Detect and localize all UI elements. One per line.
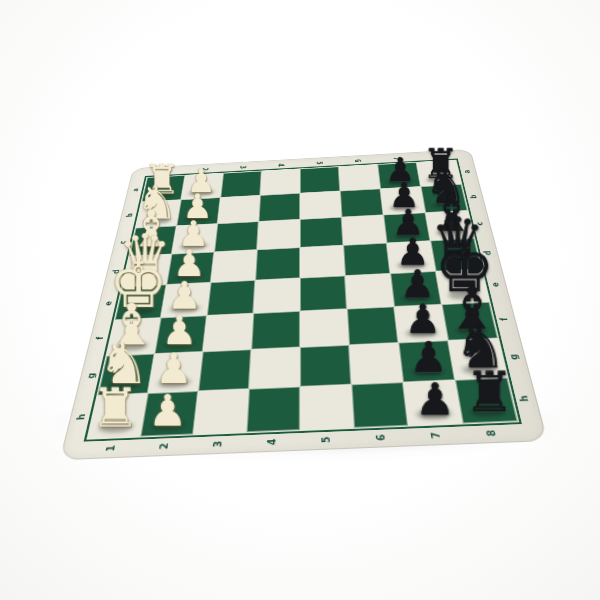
rank-label-text: 5 — [315, 161, 323, 165]
square-a4 — [260, 169, 300, 195]
rank-label-text: 1 — [106, 444, 118, 451]
square-b5 — [300, 191, 342, 219]
photo-stage: 12345678a♜♟♟♜ab♞♟♟♞bc♝♟♟♝cd♛♟♟♛de♚♟♟♚ef♝… — [0, 0, 600, 600]
rank-label-text: 2 — [159, 442, 171, 449]
square-c5 — [300, 217, 343, 247]
square-h2: ♟ — [140, 391, 198, 436]
square-c4 — [257, 219, 300, 249]
rank-label-near-7: 7 — [408, 423, 466, 446]
rank-label-near-6: 6 — [354, 426, 411, 449]
square-g5 — [300, 345, 351, 387]
rank-label-near-1: 1 — [83, 437, 140, 460]
square-h5 — [300, 384, 354, 430]
black-rook-h8: ♜ — [428, 367, 550, 417]
rank-label-text: 4 — [277, 163, 285, 167]
chess-board: 12345678a♜♟♟♜ab♞♟♟♞bc♝♟♟♝cd♛♟♟♛de♚♟♟♚ef♝… — [59, 149, 547, 460]
square-g4 — [249, 347, 300, 389]
rank-label-text: 4 — [267, 438, 278, 445]
square-d4 — [255, 247, 300, 280]
white-pawn-h2: ♟ — [108, 391, 227, 430]
square-a5 — [300, 167, 340, 193]
square-e5 — [300, 276, 347, 311]
rank-label-near-8: 8 — [463, 421, 523, 444]
rank-label-near-2: 2 — [137, 434, 193, 457]
rank-label-text: 8 — [486, 429, 498, 436]
square-d5 — [300, 245, 345, 278]
square-f4 — [251, 311, 300, 349]
rank-label-text: 7 — [431, 431, 443, 438]
perspective-scene: 12345678a♜♟♟♜ab♞♟♟♞bc♝♟♟♝cd♛♟♟♛de♚♟♟♚ef♝… — [0, 0, 600, 600]
rank-label-text: 5 — [322, 436, 333, 443]
rank-label-text: 3 — [213, 440, 224, 447]
rank-label-text: 6 — [376, 434, 388, 441]
rank-label-near-5: 5 — [300, 428, 355, 451]
rank-label-near-4: 4 — [245, 430, 300, 453]
square-b4 — [259, 193, 300, 221]
square-h8: ♜ — [455, 378, 518, 424]
square-f5 — [300, 309, 349, 347]
square-h4 — [246, 387, 300, 433]
square-e4 — [253, 278, 300, 313]
mat-corner — [59, 439, 87, 461]
chess-mat: 12345678a♜♟♟♜ab♞♟♟♞bc♝♟♟♝cd♛♟♟♛de♚♟♟♚ef♝… — [59, 149, 547, 460]
mat-corner — [518, 420, 548, 442]
rank-label-near-3: 3 — [191, 432, 247, 455]
